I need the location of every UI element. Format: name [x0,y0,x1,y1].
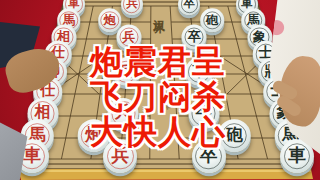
piece-glyph: 卒 [184,0,195,10]
caption-overlay: 炮震君呈 飞刀闷杀 大快人心 [0,44,316,149]
caption-line-3: 大快人心 [0,114,316,149]
piece-glyph: 兵 [126,0,137,10]
caption-line-1: 炮震君呈 [0,44,316,79]
piece-glyph: 砲 [206,14,218,26]
piece-glyph: 車 [288,147,306,165]
piece-glyph: 車 [23,147,41,165]
piece-glyph: 炮 [104,14,116,26]
river-label-hanjie: 汉界 [153,10,169,16]
caption-line-2: 飞刀闷杀 [0,79,316,114]
thumbnail-scene: 車馬相仕帥仕相馬車炮炮兵兵兵兵兵卒卒卒卒卒砲砲車馬象士將士象馬車 汉界 楚河 炮… [0,0,320,180]
